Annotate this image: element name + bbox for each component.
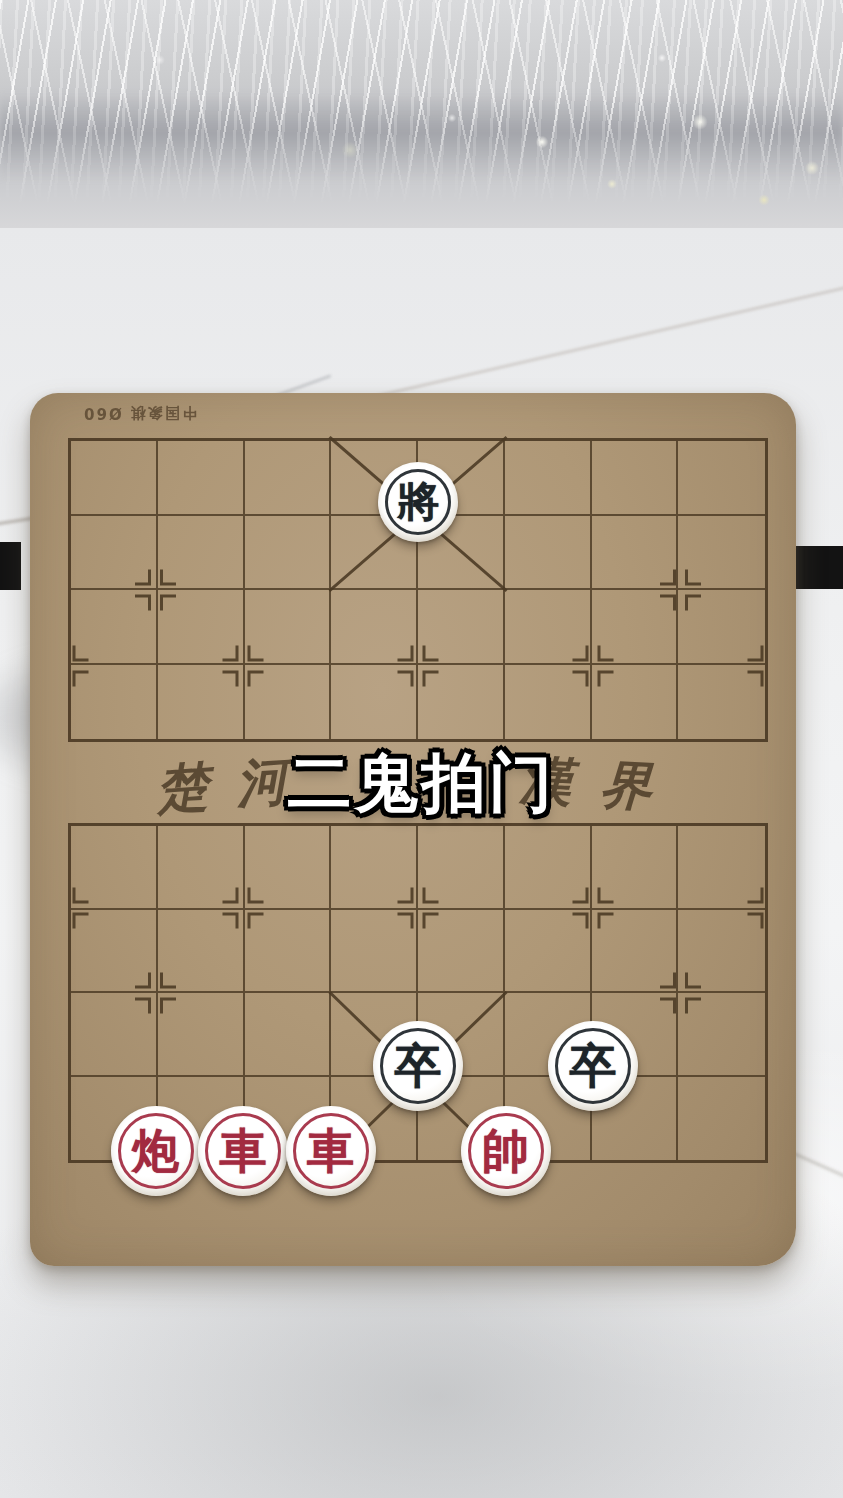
piece-glyph: 炮 — [132, 1120, 179, 1183]
piece-red-general[interactable]: 帥 — [461, 1106, 551, 1196]
piece-glyph: 車 — [220, 1120, 267, 1183]
overlay-caption: 二鬼拍门 — [288, 740, 556, 827]
piece-black-soldier-right[interactable]: 卒 — [548, 1021, 638, 1111]
board-mat: 中国象棋 Ø60 楚河 漢界 將卒卒炮車車帥 — [30, 393, 796, 1266]
backdrop-curtain — [0, 0, 843, 232]
photo-stage: 中国象棋 Ø60 楚河 漢界 將卒卒炮車車帥 二鬼拍门 — [0, 0, 843, 1498]
bokeh-lights — [0, 0, 843, 232]
piece-red-chariot-a[interactable]: 車 — [198, 1106, 288, 1196]
piece-glyph: 帥 — [482, 1120, 529, 1183]
piece-black-soldier-left[interactable]: 卒 — [373, 1021, 463, 1111]
piece-red-chariot-b[interactable]: 車 — [286, 1106, 376, 1196]
piece-glyph: 卒 — [570, 1035, 617, 1098]
piece-black-general[interactable]: 將 — [378, 462, 458, 542]
piece-red-cannon[interactable]: 炮 — [111, 1106, 201, 1196]
background-bar-left — [0, 542, 21, 590]
brand-label: 中国象棋 Ø60 — [82, 403, 197, 422]
piece-glyph: 卒 — [395, 1035, 442, 1098]
piece-glyph: 車 — [307, 1120, 354, 1183]
piece-glyph: 將 — [397, 474, 439, 530]
